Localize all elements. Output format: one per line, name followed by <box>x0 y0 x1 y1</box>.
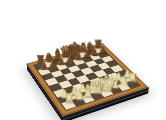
square-f4 <box>94 70 107 78</box>
piece-black-rook: ♜ <box>94 40 104 50</box>
chess-set-photo: ♜♞♝♛♚♝♞♜♟♟♟♟♟♟♟♟♟♟♟♟♟♟♟♟♜♞♝♛♚♝♞♜ <box>0 0 166 120</box>
chess-board: ♜♞♝♛♚♝♞♜♟♟♟♟♟♟♟♟♟♟♟♟♟♟♟♟♜♞♝♛♚♝♞♜ <box>27 43 148 116</box>
scene: ♜♞♝♛♚♝♞♜♟♟♟♟♟♟♟♟♟♟♟♟♟♟♟♟♜♞♝♛♚♝♞♜ <box>0 0 166 120</box>
square-e1: ♚ <box>99 88 113 97</box>
board-frame: ♜♞♝♛♚♝♞♜♟♟♟♟♟♟♟♟♟♟♟♟♟♟♟♟♜♞♝♛♚♝♞♜ <box>27 43 148 116</box>
